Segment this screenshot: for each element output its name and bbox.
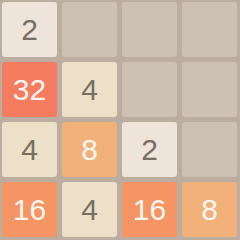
tile-2-r3c3: 2 — [122, 122, 177, 177]
tile-4-r2c2: 4 — [62, 62, 117, 117]
cell-empty-r2c3 — [122, 62, 177, 117]
tile-16-r4c3: 16 — [122, 182, 177, 237]
tile-4-r4c2: 4 — [62, 182, 117, 237]
cell-empty-r1c2 — [62, 2, 117, 57]
tile-8-r4c4: 8 — [182, 182, 237, 237]
tile-32-r2c1: 32 — [2, 62, 57, 117]
tile-8-r3c2: 8 — [62, 122, 117, 177]
cell-empty-r1c3 — [122, 2, 177, 57]
tile-16-r4c1: 16 — [2, 182, 57, 237]
tile-4-r3c1: 4 — [2, 122, 57, 177]
cell-empty-r2c4 — [182, 62, 237, 117]
board-2048[interactable]: 2324482164168 — [0, 0, 240, 240]
cell-empty-r3c4 — [182, 122, 237, 177]
cell-empty-r1c4 — [182, 2, 237, 57]
tile-2-r1c1: 2 — [2, 2, 57, 57]
